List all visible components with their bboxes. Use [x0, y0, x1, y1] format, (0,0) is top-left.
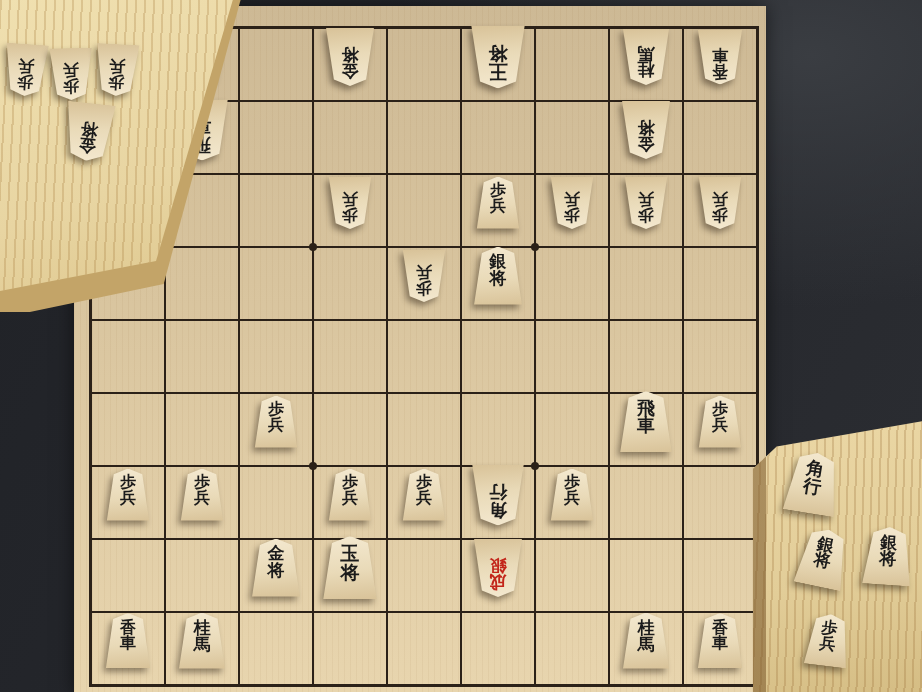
- square-7c[interactable]: [239, 174, 313, 247]
- square-5f[interactable]: [387, 393, 461, 466]
- kanji-char: 兵: [712, 191, 728, 207]
- square-3a[interactable]: [535, 28, 609, 101]
- square-6d[interactable]: [313, 247, 387, 320]
- piece-gold-2b[interactable]: 金将: [620, 101, 672, 159]
- kanji-char: 歩: [108, 74, 125, 90]
- kanji-char: 歩: [564, 207, 580, 223]
- piece-lance-9i[interactable]: 香車: [104, 613, 152, 668]
- pawn-kanji-face: 歩兵: [253, 396, 299, 448]
- kanji-char: 将: [879, 550, 897, 568]
- pawn-kanji-face: 歩兵: [1, 42, 51, 97]
- pawn-kanji-face: 歩兵: [327, 469, 373, 521]
- piece-pawn-in-hand[interactable]: 歩兵: [94, 44, 140, 96]
- piece-pawn-7f[interactable]: 歩兵: [253, 396, 299, 448]
- kanji-char: 将: [490, 270, 507, 287]
- piece-pawn-6c[interactable]: 歩兵: [327, 177, 373, 229]
- piece-pawn-5d[interactable]: 歩兵: [401, 250, 447, 302]
- piece-pawn-8g[interactable]: 歩兵: [179, 469, 225, 521]
- kanji-char: 兵: [564, 490, 580, 506]
- kanji-char: 角: [489, 500, 507, 518]
- square-4e[interactable]: [461, 320, 535, 393]
- square-6e[interactable]: [313, 320, 387, 393]
- piece-promoted-silver-4h[interactable]: 成銀: [472, 539, 524, 597]
- kanji-char: 将: [80, 120, 99, 138]
- pawn-kanji-face: 歩兵: [549, 469, 595, 521]
- silver-kanji-face: 銀将: [472, 247, 524, 305]
- kanji-char: 歩: [342, 207, 358, 223]
- piece-lance-1a[interactable]: 香車: [696, 29, 744, 84]
- piece-knight-8i[interactable]: 桂馬: [177, 613, 227, 669]
- square-7g[interactable]: [239, 466, 313, 539]
- piece-bishop-4g[interactable]: 角行: [470, 464, 526, 525]
- kanji-char: 兵: [120, 490, 136, 506]
- piece-bishop-in-hand[interactable]: 角行: [785, 453, 841, 514]
- piece-pawn-in-hand[interactable]: 歩兵: [3, 44, 49, 96]
- piece-rook-2f[interactable]: 飛車: [618, 391, 674, 452]
- kanji-char: 車: [712, 635, 728, 651]
- kanji-char: 将: [268, 562, 285, 579]
- pawn-kanji-face: 歩兵: [401, 469, 447, 521]
- piece-pawn-2c[interactable]: 歩兵: [623, 177, 669, 229]
- kanji-char: 将: [341, 562, 360, 581]
- square-9f[interactable]: [91, 393, 165, 466]
- piece-lance-1i[interactable]: 香車: [696, 613, 744, 668]
- piece-silver-in-hand[interactable]: 銀将: [862, 527, 914, 585]
- kanji-char: 車: [712, 46, 728, 62]
- lance-kanji-face: 香車: [104, 613, 152, 668]
- piece-pawn-in-hand[interactable]: 歩兵: [805, 614, 851, 666]
- kanji-char: 兵: [18, 58, 35, 75]
- kanji-char: 兵: [712, 417, 728, 433]
- square-4f[interactable]: [461, 393, 535, 466]
- kanji-char: 兵: [109, 58, 126, 74]
- kanji-char: 王: [489, 62, 508, 81]
- square-7d[interactable]: [239, 247, 313, 320]
- piece-gold-6a[interactable]: 金将: [324, 28, 376, 86]
- promoted-silver-kanji-face: 成銀: [472, 539, 524, 597]
- square-9h[interactable]: [91, 539, 165, 612]
- gold-kanji-face: 金将: [324, 28, 376, 86]
- pawn-kanji-face: 歩兵: [802, 611, 854, 668]
- king-kanji-face: 王将: [469, 25, 527, 88]
- square-7e[interactable]: [239, 320, 313, 393]
- kanji-char: 兵: [819, 635, 837, 653]
- square-9e[interactable]: [91, 320, 165, 393]
- pawn-kanji-face: 歩兵: [401, 250, 447, 302]
- square-1d[interactable]: [683, 247, 757, 320]
- kanji-char: 将: [812, 551, 832, 571]
- square-3f[interactable]: [535, 393, 609, 466]
- pawn-kanji-face: 歩兵: [327, 177, 373, 229]
- king-kanji-face: 玉将: [321, 536, 379, 599]
- kanji-char: 兵: [63, 63, 79, 79]
- pawn-kanji-face: 歩兵: [179, 469, 225, 521]
- piece-pawn-3g[interactable]: 歩兵: [549, 469, 595, 521]
- square-1g[interactable]: [683, 466, 757, 539]
- square-3i[interactable]: [535, 612, 609, 685]
- star-point: [309, 243, 317, 251]
- square-3h[interactable]: [535, 539, 609, 612]
- star-point: [531, 462, 539, 470]
- square-3d[interactable]: [535, 247, 609, 320]
- kanji-char: 車: [120, 635, 136, 651]
- kanji-char: 兵: [342, 191, 358, 207]
- piece-pawn-3c[interactable]: 歩兵: [549, 177, 595, 229]
- square-8e[interactable]: [165, 320, 239, 393]
- square-1e[interactable]: [683, 320, 757, 393]
- kanji-char: 歩: [63, 78, 79, 94]
- square-4b[interactable]: [461, 101, 535, 174]
- kanji-char: 兵: [268, 417, 284, 433]
- pawn-kanji-face: 歩兵: [93, 43, 142, 97]
- pawn-kanji-face: 歩兵: [697, 177, 743, 229]
- gold-kanji-face: 金将: [620, 101, 672, 159]
- kanji-char: 兵: [564, 191, 580, 207]
- knight-kanji-face: 桂馬: [177, 613, 227, 669]
- bishop-kanji-face: 角行: [470, 464, 526, 525]
- pawn-kanji-face: 歩兵: [475, 177, 521, 229]
- rook-kanji-face: 飛車: [618, 391, 674, 452]
- piece-king-4a[interactable]: 王将: [469, 25, 527, 88]
- silver-kanji-face: 銀将: [860, 525, 916, 586]
- bishop-kanji-face: 角行: [781, 448, 846, 517]
- kanji-char: 銀: [490, 556, 507, 573]
- kanji-char: 兵: [194, 490, 210, 506]
- square-8h[interactable]: [165, 539, 239, 612]
- kanji-char: 将: [638, 118, 655, 135]
- piece-pawn-6g[interactable]: 歩兵: [327, 469, 373, 521]
- square-3e[interactable]: [535, 320, 609, 393]
- square-5e[interactable]: [387, 320, 461, 393]
- knight-kanji-face: 桂馬: [621, 613, 671, 669]
- square-5c[interactable]: [387, 174, 461, 247]
- kanji-char: 馬: [194, 636, 211, 653]
- silver-kanji-face: 銀将: [792, 524, 855, 592]
- square-6i[interactable]: [313, 612, 387, 685]
- kanji-char: 兵: [416, 490, 432, 506]
- kanji-char: 馬: [638, 45, 655, 62]
- kanji-char: 歩: [416, 280, 432, 296]
- kanji-char: 兵: [638, 191, 654, 207]
- kanji-char: 兵: [416, 264, 432, 280]
- square-7i[interactable]: [239, 612, 313, 685]
- square-5h[interactable]: [387, 539, 461, 612]
- piece-pawn-in-hand[interactable]: 歩兵: [48, 48, 94, 100]
- kanji-char: 馬: [638, 636, 655, 653]
- piece-gold-in-hand[interactable]: 金将: [63, 103, 115, 161]
- square-2d[interactable]: [609, 247, 683, 320]
- gold-kanji-face: 金将: [60, 100, 118, 163]
- piece-pawn-1f[interactable]: 歩兵: [697, 396, 743, 448]
- kanji-char: 行: [489, 482, 507, 500]
- knight-kanji-face: 桂馬: [621, 29, 671, 85]
- square-1b[interactable]: [683, 101, 757, 174]
- square-6b[interactable]: [313, 101, 387, 174]
- pawn-kanji-face: 歩兵: [697, 396, 743, 448]
- square-7b[interactable]: [239, 101, 313, 174]
- square-8f[interactable]: [165, 393, 239, 466]
- piece-king-6h[interactable]: 玉将: [321, 536, 379, 599]
- kanji-char: 車: [637, 416, 655, 434]
- piece-gold-7h[interactable]: 金将: [250, 539, 302, 597]
- pawn-kanji-face: 歩兵: [623, 177, 669, 229]
- square-3b[interactable]: [535, 101, 609, 174]
- kanji-char: 兵: [342, 490, 358, 506]
- square-8d[interactable]: [165, 247, 239, 320]
- square-6f[interactable]: [313, 393, 387, 466]
- square-1h[interactable]: [683, 539, 757, 612]
- pawn-kanji-face: 歩兵: [549, 177, 595, 229]
- lance-kanji-face: 香車: [696, 613, 744, 668]
- pawn-kanji-face: 歩兵: [105, 469, 151, 521]
- piece-pawn-1c[interactable]: 歩兵: [697, 177, 743, 229]
- piece-silver-4d[interactable]: 銀将: [472, 247, 524, 305]
- star-point: [531, 243, 539, 251]
- square-2h[interactable]: [609, 539, 683, 612]
- lance-kanji-face: 香車: [696, 29, 744, 84]
- piece-pawn-4c[interactable]: 歩兵: [475, 177, 521, 229]
- square-4i[interactable]: [461, 612, 535, 685]
- piece-knight-2i[interactable]: 桂馬: [621, 613, 671, 669]
- pawn-kanji-face: 歩兵: [48, 48, 95, 101]
- piece-pawn-5g[interactable]: 歩兵: [401, 469, 447, 521]
- square-5i[interactable]: [387, 612, 461, 685]
- kanji-char: 行: [802, 476, 823, 496]
- square-2g[interactable]: [609, 466, 683, 539]
- square-5b[interactable]: [387, 101, 461, 174]
- star-point: [309, 462, 317, 470]
- piece-silver-in-hand[interactable]: 銀将: [797, 529, 849, 587]
- piece-pawn-9g[interactable]: 歩兵: [105, 469, 151, 521]
- kanji-char: 将: [342, 45, 359, 62]
- kanji-char: 兵: [490, 198, 506, 214]
- kanji-char: 歩: [712, 207, 728, 223]
- gold-kanji-face: 金将: [250, 539, 302, 597]
- square-2e[interactable]: [609, 320, 683, 393]
- shogi-photo-scene: 香車桂馬金将王将桂馬香車飛車金将歩兵歩兵歩兵歩兵歩兵歩兵歩兵銀将歩兵飛車歩兵歩兵…: [0, 0, 922, 692]
- square-7a[interactable]: [239, 28, 313, 101]
- kanji-char: 将: [489, 43, 508, 62]
- square-5a[interactable]: [387, 28, 461, 101]
- kanji-char: 歩: [638, 207, 654, 223]
- piece-knight-2a[interactable]: 桂馬: [621, 29, 671, 85]
